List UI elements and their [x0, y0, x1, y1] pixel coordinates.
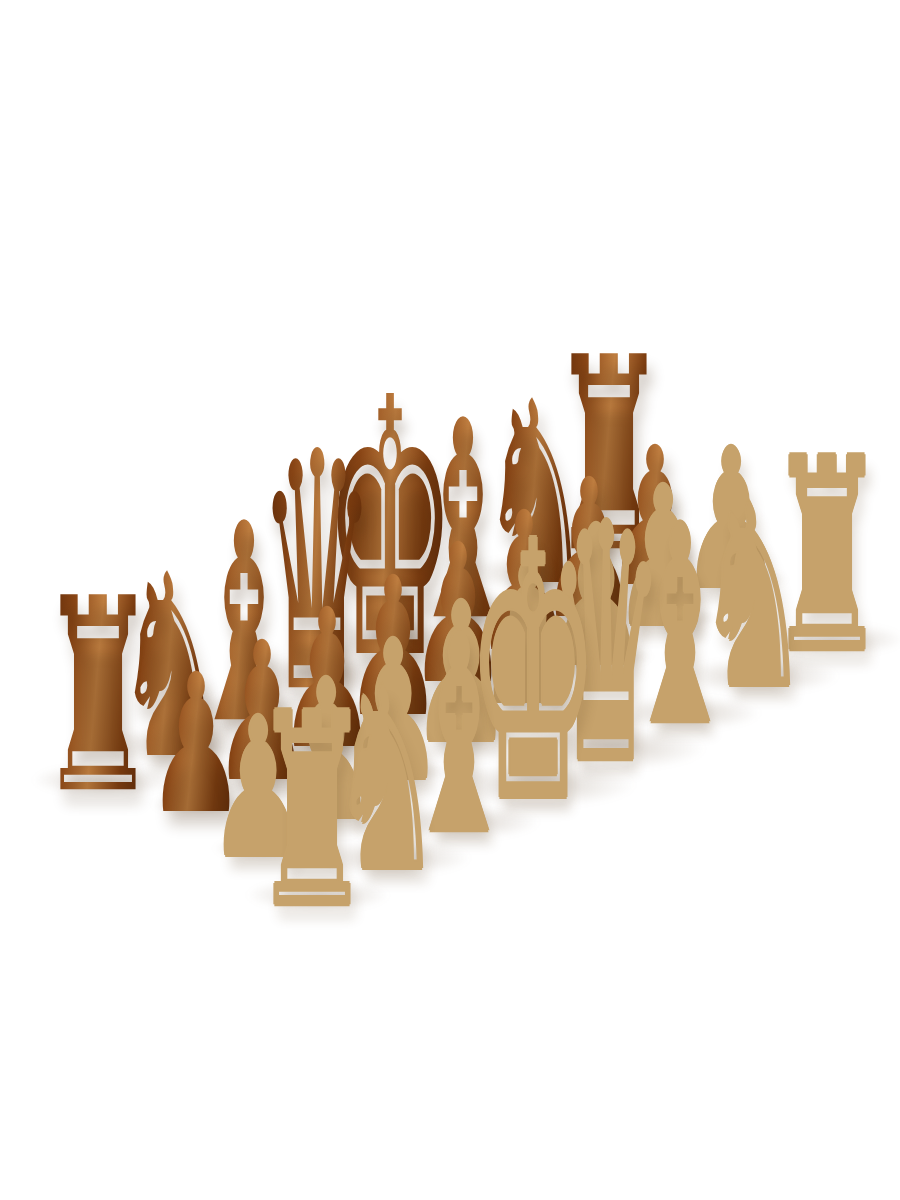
piece-formation: ♜♞♝♛♚♝♞♜♟♟♟♟♟♟♟♟♟♟♟♟♟♟♟♟♜♞♝♚♛♝♞♜: [0, 0, 900, 1200]
chess-set-product-photo: ♜♞♝♛♚♝♞♜♟♟♟♟♟♟♟♟♟♟♟♟♟♟♟♟♜♞♝♚♛♝♞♜: [0, 0, 900, 1200]
dark-rook-piece: ♜: [38, 563, 158, 830]
light-rook-piece: ♜: [252, 678, 372, 945]
